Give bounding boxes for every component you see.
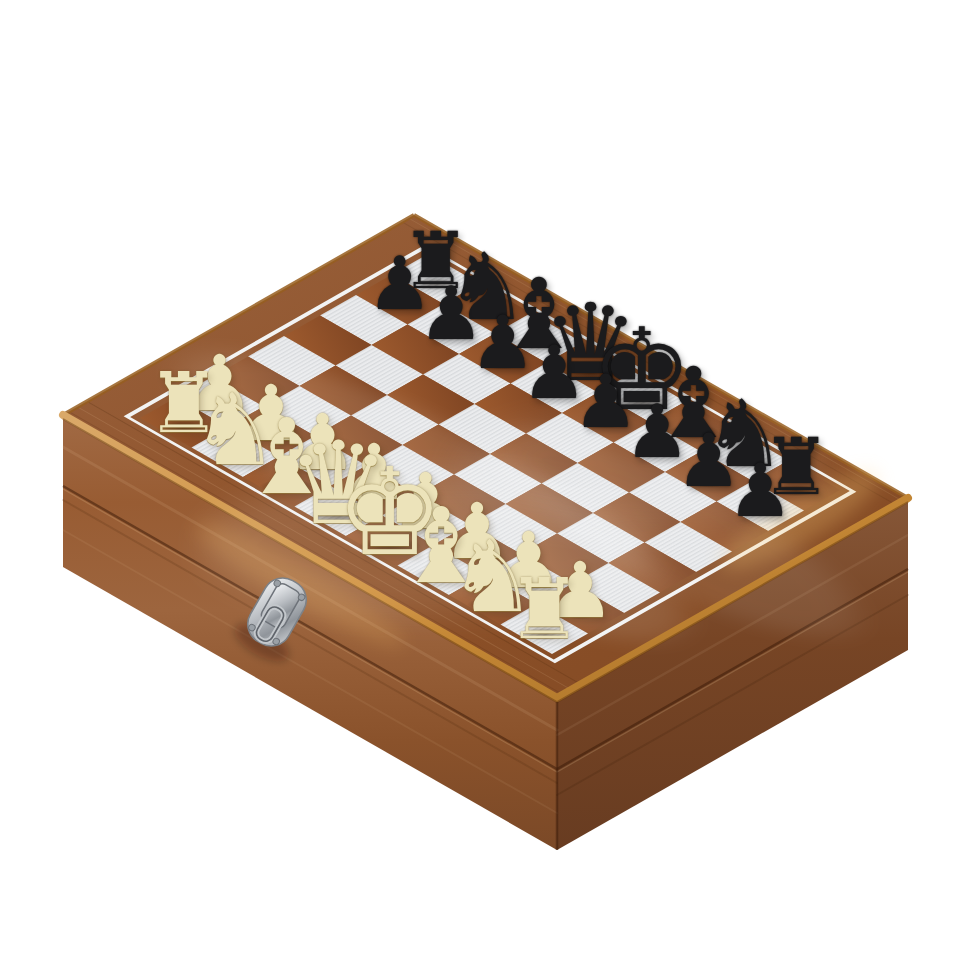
product-photo-scene: ♜♟♞♟♝♟♛♟♚♟♟♜♝♟♟♞♞♟♟♝♜♟♟♛♟♚♟♝♟♞♟♜: [0, 0, 970, 970]
piece-black-pawn-h7[interactable]: ♟: [727, 453, 793, 526]
piece-white-rook-h1[interactable]: ♜: [507, 568, 582, 652]
